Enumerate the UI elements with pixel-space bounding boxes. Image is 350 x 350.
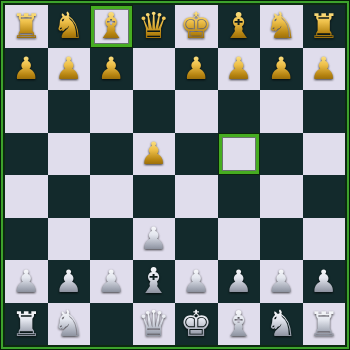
square-e5[interactable] — [175, 133, 218, 176]
square-b4[interactable] — [48, 175, 91, 218]
black-pawn-piece: ♟ — [97, 53, 125, 84]
white-pawn-piece: ♟ — [12, 266, 40, 297]
square-f4[interactable] — [218, 175, 261, 218]
white-pawn-piece: ♟ — [140, 223, 168, 254]
black-rook-piece: ♜ — [11, 9, 41, 43]
white-pawn-piece: ♟ — [267, 266, 295, 297]
square-b3[interactable] — [48, 218, 91, 261]
white-knight-piece: ♞ — [265, 306, 297, 342]
black-pawn-piece: ♟ — [140, 138, 168, 169]
white-queen-piece: ♛ — [138, 306, 170, 342]
square-d8[interactable]: ♛ — [133, 5, 176, 48]
square-h2[interactable]: ♟ — [303, 260, 346, 303]
square-a7[interactable]: ♟ — [5, 48, 48, 91]
square-h7[interactable]: ♟ — [303, 48, 346, 91]
square-e1[interactable]: ♚ — [175, 303, 218, 346]
black-pawn-piece: ♟ — [267, 53, 295, 84]
white-rook-piece: ♜ — [11, 307, 41, 341]
white-king-piece: ♚ — [180, 306, 212, 342]
square-b2[interactable]: ♟ — [48, 260, 91, 303]
square-c5[interactable] — [90, 133, 133, 176]
square-a1[interactable]: ♜ — [5, 303, 48, 346]
square-a3[interactable] — [5, 218, 48, 261]
square-g4[interactable] — [260, 175, 303, 218]
square-c8[interactable]: ♝ — [90, 5, 133, 48]
white-knight-piece: ♞ — [53, 306, 85, 342]
square-d3[interactable]: ♟ — [133, 218, 176, 261]
square-c3[interactable] — [90, 218, 133, 261]
square-a2[interactable]: ♟ — [5, 260, 48, 303]
white-pawn-piece: ♟ — [55, 266, 83, 297]
black-knight-piece: ♞ — [265, 8, 297, 44]
square-f2[interactable]: ♟ — [218, 260, 261, 303]
square-g6[interactable] — [260, 90, 303, 133]
square-a8[interactable]: ♜ — [5, 5, 48, 48]
black-rook-piece: ♜ — [309, 9, 339, 43]
square-d1[interactable]: ♛ — [133, 303, 176, 346]
square-b6[interactable] — [48, 90, 91, 133]
square-e7[interactable]: ♟ — [175, 48, 218, 91]
square-f1[interactable]: ♝ — [218, 303, 261, 346]
square-d6[interactable] — [133, 90, 176, 133]
square-c2[interactable]: ♟ — [90, 260, 133, 303]
square-f6[interactable] — [218, 90, 261, 133]
square-h6[interactable] — [303, 90, 346, 133]
square-h8[interactable]: ♜ — [303, 5, 346, 48]
square-g7[interactable]: ♟ — [260, 48, 303, 91]
black-bishop-piece: ♝ — [95, 8, 127, 44]
black-bishop-piece: ♝ — [223, 8, 255, 44]
square-d2[interactable]: ♝ — [133, 260, 176, 303]
square-g1[interactable]: ♞ — [260, 303, 303, 346]
white-pawn-piece: ♟ — [97, 266, 125, 297]
square-c6[interactable] — [90, 90, 133, 133]
black-knight-piece: ♞ — [53, 8, 85, 44]
black-queen-piece: ♛ — [138, 8, 170, 44]
black-pawn-piece: ♟ — [310, 53, 338, 84]
square-e3[interactable] — [175, 218, 218, 261]
board-frame: ♜♞♝♛♚♝♞♜♟♟♟♟♟♟♟♟♟♟♟♟♝♟♟♟♟♜♞♛♚♝♞♜ — [0, 0, 350, 350]
black-king-piece: ♚ — [180, 8, 212, 44]
square-a6[interactable] — [5, 90, 48, 133]
white-bishop-piece: ♝ — [223, 306, 255, 342]
black-pawn-piece: ♟ — [225, 53, 253, 84]
square-a4[interactable] — [5, 175, 48, 218]
square-b1[interactable]: ♞ — [48, 303, 91, 346]
black-pawn-piece: ♟ — [55, 53, 83, 84]
white-pawn-piece: ♟ — [225, 266, 253, 297]
black-pawn-piece: ♟ — [182, 53, 210, 84]
square-e2[interactable]: ♟ — [175, 260, 218, 303]
square-f7[interactable]: ♟ — [218, 48, 261, 91]
square-f8[interactable]: ♝ — [218, 5, 261, 48]
square-c1[interactable] — [90, 303, 133, 346]
square-f5[interactable] — [218, 133, 261, 176]
white-pawn-piece: ♟ — [182, 266, 210, 297]
square-c7[interactable]: ♟ — [90, 48, 133, 91]
square-h5[interactable] — [303, 133, 346, 176]
square-g8[interactable]: ♞ — [260, 5, 303, 48]
square-b8[interactable]: ♞ — [48, 5, 91, 48]
white-pawn-piece: ♟ — [310, 266, 338, 297]
square-e8[interactable]: ♚ — [175, 5, 218, 48]
square-d4[interactable] — [133, 175, 176, 218]
square-d5[interactable]: ♟ — [133, 133, 176, 176]
square-h3[interactable] — [303, 218, 346, 261]
chess-board: ♜♞♝♛♚♝♞♜♟♟♟♟♟♟♟♟♟♟♟♟♝♟♟♟♟♜♞♛♚♝♞♜ — [5, 5, 345, 345]
square-e4[interactable] — [175, 175, 218, 218]
square-e6[interactable] — [175, 90, 218, 133]
square-g2[interactable]: ♟ — [260, 260, 303, 303]
square-b7[interactable]: ♟ — [48, 48, 91, 91]
square-f3[interactable] — [218, 218, 261, 261]
square-g3[interactable] — [260, 218, 303, 261]
board-border: ♜♞♝♛♚♝♞♜♟♟♟♟♟♟♟♟♟♟♟♟♝♟♟♟♟♜♞♛♚♝♞♜ — [1, 1, 349, 349]
white-bishop-piece: ♝ — [138, 263, 170, 299]
square-g5[interactable] — [260, 133, 303, 176]
square-h1[interactable]: ♜ — [303, 303, 346, 346]
square-h4[interactable] — [303, 175, 346, 218]
square-d7[interactable] — [133, 48, 176, 91]
black-pawn-piece: ♟ — [12, 53, 40, 84]
white-rook-piece: ♜ — [309, 307, 339, 341]
square-c4[interactable] — [90, 175, 133, 218]
square-b5[interactable] — [48, 133, 91, 176]
square-a5[interactable] — [5, 133, 48, 176]
